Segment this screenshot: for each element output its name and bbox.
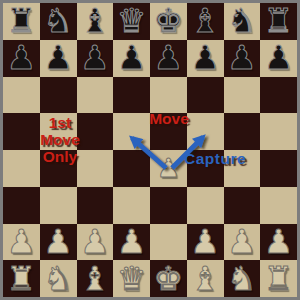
white-knight-b1: ♞ — [43, 261, 73, 297]
square-h8: ♜ — [260, 3, 297, 40]
square-b2: ♟ — [40, 224, 77, 261]
white-knight-g1: ♞ — [227, 261, 257, 297]
square-b6 — [40, 77, 77, 114]
white-pawn-g2: ♟ — [227, 224, 257, 260]
square-d5 — [113, 113, 150, 150]
square-c2: ♟ — [77, 224, 114, 261]
square-c5 — [77, 113, 114, 150]
square-d4 — [113, 150, 150, 187]
square-g7: ♟ — [224, 40, 261, 77]
square-h2: ♟ — [260, 224, 297, 261]
square-a6 — [3, 77, 40, 114]
black-pawn-c7: ♟ — [80, 40, 110, 76]
square-b4 — [40, 150, 77, 187]
square-g3 — [224, 187, 261, 224]
square-c1: ♝ — [77, 260, 114, 297]
square-e5 — [150, 113, 187, 150]
square-f2: ♟ — [187, 224, 224, 261]
white-rook-a1: ♜ — [7, 261, 37, 297]
square-f5 — [187, 113, 224, 150]
white-bishop-f1: ♝ — [190, 261, 220, 297]
black-rook-a8: ♜ — [7, 3, 37, 39]
white-king-e1: ♚ — [154, 261, 184, 297]
square-g8: ♞ — [224, 3, 261, 40]
black-pawn-b7: ♟ — [43, 40, 73, 76]
square-b1: ♞ — [40, 260, 77, 297]
square-a5 — [3, 113, 40, 150]
white-queen-d1: ♛ — [117, 261, 147, 297]
black-king-e8: ♚ — [154, 3, 184, 39]
square-h4 — [260, 150, 297, 187]
square-a7: ♟ — [3, 40, 40, 77]
square-e8: ♚ — [150, 3, 187, 40]
square-e4: ♟ — [150, 150, 187, 187]
black-pawn-d7: ♟ — [117, 40, 147, 76]
square-e3 — [150, 187, 187, 224]
square-g6 — [224, 77, 261, 114]
square-b8: ♞ — [40, 3, 77, 40]
square-e2 — [150, 224, 187, 261]
square-f1: ♝ — [187, 260, 224, 297]
square-g2: ♟ — [224, 224, 261, 261]
square-a4 — [3, 150, 40, 187]
square-c7: ♟ — [77, 40, 114, 77]
black-bishop-f8: ♝ — [190, 3, 220, 39]
chess-tutorial-diagram: ♜♞♝♛♚♝♞♜♟♟♟♟♟♟♟♟♟♟♟♟♟♟♟♟♜♞♝♛♚♝♞♜ 1st Mov… — [0, 0, 300, 300]
square-a8: ♜ — [3, 3, 40, 40]
white-pawn-e4: ♟ — [157, 150, 180, 186]
white-pawn-a2: ♟ — [7, 224, 37, 260]
square-c8: ♝ — [77, 3, 114, 40]
square-h5 — [260, 113, 297, 150]
square-g1: ♞ — [224, 260, 261, 297]
black-pawn-a7: ♟ — [7, 40, 37, 76]
square-h1: ♜ — [260, 260, 297, 297]
square-g5 — [224, 113, 261, 150]
square-b3 — [40, 187, 77, 224]
square-f7: ♟ — [187, 40, 224, 77]
square-f6 — [187, 77, 224, 114]
square-c3 — [77, 187, 114, 224]
square-d1: ♛ — [113, 260, 150, 297]
square-c6 — [77, 77, 114, 114]
white-pawn-f2: ♟ — [190, 224, 220, 260]
square-e6 — [150, 77, 187, 114]
square-a2: ♟ — [3, 224, 40, 261]
square-f4 — [187, 150, 224, 187]
white-pawn-d2: ♟ — [117, 224, 147, 260]
chess-board: ♜♞♝♛♚♝♞♜♟♟♟♟♟♟♟♟♟♟♟♟♟♟♟♟♜♞♝♛♚♝♞♜ — [3, 3, 297, 297]
black-knight-g8: ♞ — [227, 3, 257, 39]
square-b5 — [40, 113, 77, 150]
square-h3 — [260, 187, 297, 224]
black-pawn-g7: ♟ — [227, 40, 257, 76]
square-a3 — [3, 187, 40, 224]
white-pawn-h2: ♟ — [264, 224, 294, 260]
black-rook-h8: ♜ — [264, 3, 294, 39]
square-c4 — [77, 150, 114, 187]
white-bishop-c1: ♝ — [80, 261, 110, 297]
square-a1: ♜ — [3, 260, 40, 297]
white-pawn-c2: ♟ — [80, 224, 110, 260]
black-queen-d8: ♛ — [117, 3, 147, 39]
square-h7: ♟ — [260, 40, 297, 77]
black-knight-b8: ♞ — [43, 3, 73, 39]
square-g4 — [224, 150, 261, 187]
black-bishop-c8: ♝ — [80, 3, 110, 39]
white-rook-h1: ♜ — [264, 261, 294, 297]
square-d8: ♛ — [113, 3, 150, 40]
black-pawn-h7: ♟ — [264, 40, 294, 76]
square-d2: ♟ — [113, 224, 150, 261]
square-e7: ♟ — [150, 40, 187, 77]
square-d6 — [113, 77, 150, 114]
square-f3 — [187, 187, 224, 224]
square-e1: ♚ — [150, 260, 187, 297]
square-d3 — [113, 187, 150, 224]
white-pawn-b2: ♟ — [43, 224, 73, 260]
square-f8: ♝ — [187, 3, 224, 40]
black-pawn-f7: ♟ — [190, 40, 220, 76]
square-b7: ♟ — [40, 40, 77, 77]
square-d7: ♟ — [113, 40, 150, 77]
square-h6 — [260, 77, 297, 114]
black-pawn-e7: ♟ — [154, 40, 184, 76]
